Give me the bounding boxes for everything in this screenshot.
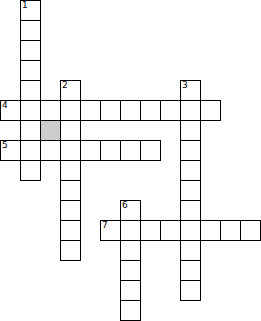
grid-cell-c10-r5[interactable] bbox=[200, 100, 221, 121]
grid-cell-c11-r11[interactable] bbox=[220, 220, 241, 241]
grid-cell-c3-r4[interactable] bbox=[60, 80, 81, 101]
grid-cell-c1-r7[interactable] bbox=[20, 140, 41, 161]
grid-cell-c4-r5[interactable] bbox=[80, 100, 101, 121]
grid-cell-c9-r5[interactable] bbox=[180, 100, 201, 121]
highlighted-cell[interactable] bbox=[40, 120, 61, 141]
grid-cell-c7-r7[interactable] bbox=[140, 140, 161, 161]
grid-cell-c3-r7[interactable] bbox=[60, 140, 81, 161]
grid-cell-c1-r2[interactable] bbox=[20, 40, 41, 61]
grid-cell-c9-r11[interactable] bbox=[180, 220, 201, 241]
grid-cell-c3-r6[interactable] bbox=[60, 120, 81, 141]
grid-cell-c1-r6[interactable] bbox=[20, 120, 41, 141]
grid-cell-c6-r15[interactable] bbox=[120, 300, 141, 321]
grid-cell-c3-r11[interactable] bbox=[60, 220, 81, 241]
grid-cell-c9-r13[interactable] bbox=[180, 260, 201, 281]
grid-cell-c5-r11[interactable] bbox=[100, 220, 121, 241]
grid-cell-c3-r12[interactable] bbox=[60, 240, 81, 261]
grid-cell-c4-r7[interactable] bbox=[80, 140, 101, 161]
grid-cell-c1-r1[interactable] bbox=[20, 20, 41, 41]
grid-cell-c12-r11[interactable] bbox=[240, 220, 261, 241]
grid-cell-c7-r5[interactable] bbox=[140, 100, 161, 121]
grid-cell-c1-r0[interactable] bbox=[20, 0, 41, 21]
grid-cell-c9-r10[interactable] bbox=[180, 200, 201, 221]
grid-cell-c3-r8[interactable] bbox=[60, 160, 81, 181]
grid-cell-c0-r5[interactable] bbox=[0, 100, 21, 121]
grid-cell-c6-r10[interactable] bbox=[120, 200, 141, 221]
grid-cell-c10-r11[interactable] bbox=[200, 220, 221, 241]
grid-cell-c2-r5[interactable] bbox=[40, 100, 61, 121]
grid-cell-c5-r7[interactable] bbox=[100, 140, 121, 161]
grid-cell-c1-r3[interactable] bbox=[20, 60, 41, 81]
grid-cell-c9-r12[interactable] bbox=[180, 240, 201, 261]
grid-cell-c6-r14[interactable] bbox=[120, 280, 141, 301]
grid-cell-c6-r11[interactable] bbox=[120, 220, 141, 241]
grid-cell-c1-r5[interactable] bbox=[20, 100, 41, 121]
grid-cell-c3-r10[interactable] bbox=[60, 200, 81, 221]
grid-cell-c9-r4[interactable] bbox=[180, 80, 201, 101]
grid-cell-c6-r5[interactable] bbox=[120, 100, 141, 121]
crossword-board: 1234567 bbox=[0, 0, 261, 321]
grid-cell-c6-r7[interactable] bbox=[120, 140, 141, 161]
grid-cell-c3-r5[interactable] bbox=[60, 100, 81, 121]
grid-cell-c7-r11[interactable] bbox=[140, 220, 161, 241]
grid-cell-c1-r4[interactable] bbox=[20, 80, 41, 101]
grid-cell-c2-r7[interactable] bbox=[40, 140, 61, 161]
grid-cell-c6-r12[interactable] bbox=[120, 240, 141, 261]
grid-cell-c9-r9[interactable] bbox=[180, 180, 201, 201]
grid-cell-c9-r14[interactable] bbox=[180, 280, 201, 301]
grid-cell-c3-r9[interactable] bbox=[60, 180, 81, 201]
grid-cell-c9-r6[interactable] bbox=[180, 120, 201, 141]
grid-cell-c5-r5[interactable] bbox=[100, 100, 121, 121]
grid-cell-c9-r8[interactable] bbox=[180, 160, 201, 181]
grid-cell-c8-r5[interactable] bbox=[160, 100, 181, 121]
grid-cell-c0-r7[interactable] bbox=[0, 140, 21, 161]
grid-cell-c6-r13[interactable] bbox=[120, 260, 141, 281]
grid-cell-c8-r11[interactable] bbox=[160, 220, 181, 241]
grid-cell-c1-r8[interactable] bbox=[20, 160, 41, 181]
grid-cell-c9-r7[interactable] bbox=[180, 140, 201, 161]
